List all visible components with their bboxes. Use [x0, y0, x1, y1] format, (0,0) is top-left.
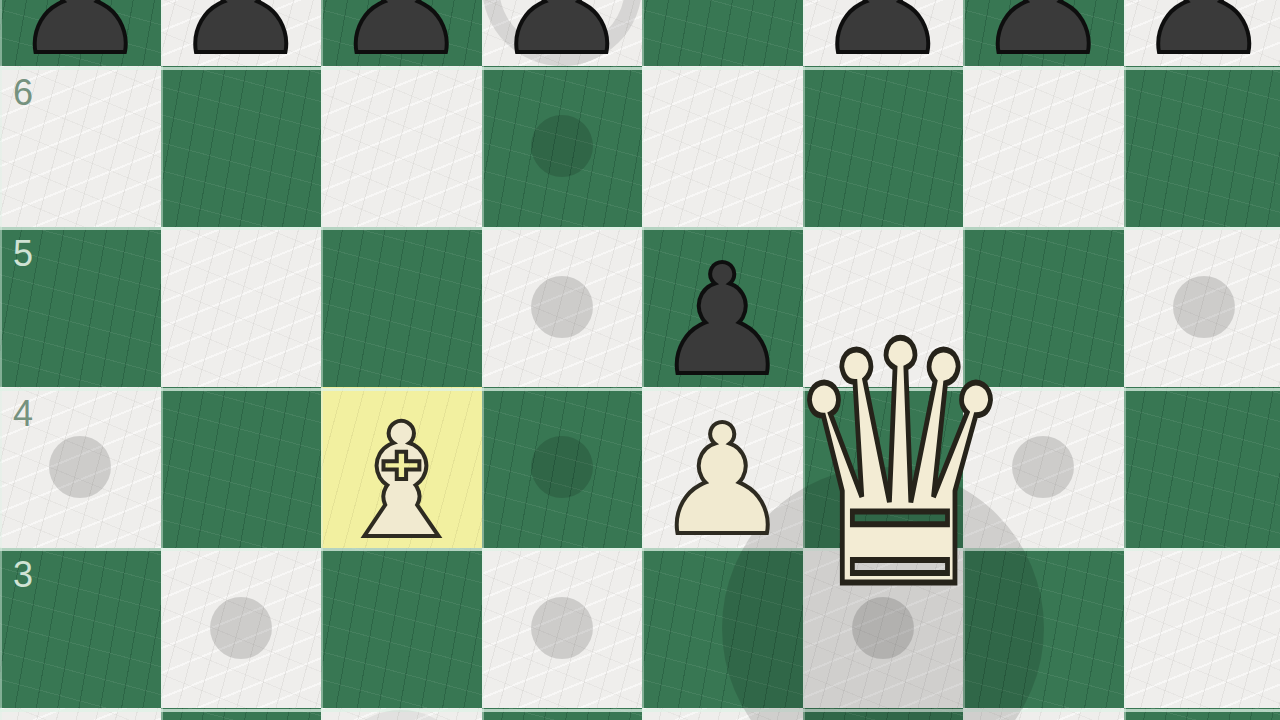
black-pawn-c7[interactable]: ♟ [321, 0, 482, 80]
square-h3[interactable] [1124, 548, 1280, 709]
black-pawn-f7[interactable]: ♟ [803, 0, 964, 80]
move-hint-dot-d3 [531, 597, 593, 659]
black-pawn-g7[interactable]: ♟ [963, 0, 1124, 80]
black-pawn-d7[interactable]: ♟ [482, 0, 643, 80]
white-bishop-c4[interactable]: ♝ [321, 401, 482, 562]
square-e6[interactable] [642, 66, 803, 227]
square-h2[interactable] [1124, 708, 1280, 720]
black-pawn-e5[interactable]: ♟ [642, 241, 803, 402]
white-pawn-e4[interactable]: ♟ [642, 401, 803, 562]
square-d2[interactable] [482, 708, 643, 720]
square-b5[interactable] [161, 227, 322, 388]
move-hint-dot-b3 [210, 597, 272, 659]
square-b2[interactable] [161, 708, 322, 720]
square-b4[interactable] [161, 387, 322, 548]
square-c6[interactable] [321, 66, 482, 227]
square-a2[interactable] [0, 708, 161, 720]
square-f6[interactable] [803, 66, 964, 227]
rank-label-5: 5 [13, 233, 33, 275]
dragged-piece-white-queen[interactable]: ♛ [780, 299, 1020, 634]
black-pawn-b7[interactable]: ♟ [161, 0, 322, 80]
chess-board-screen: ♟♟♟♟♟♟♟♟♟♝ 6543 ♛ [0, 0, 1280, 720]
square-g6[interactable] [963, 66, 1124, 227]
rank-label-6: 6 [13, 72, 33, 114]
black-pawn-a7[interactable]: ♟ [0, 0, 161, 80]
square-e7[interactable] [642, 0, 803, 66]
square-h4[interactable] [1124, 387, 1280, 548]
rank-label-3: 3 [13, 554, 33, 596]
square-c5[interactable] [321, 227, 482, 388]
move-hint-dot-h5 [1173, 276, 1235, 338]
move-hint-dot-d5 [531, 276, 593, 338]
square-h6[interactable] [1124, 66, 1280, 227]
move-hint-dot-a4 [49, 436, 111, 498]
rank-label-4: 4 [13, 393, 33, 435]
move-hint-dot-d4 [531, 436, 593, 498]
square-b6[interactable] [161, 66, 322, 227]
move-hint-dot-g4 [1012, 436, 1074, 498]
move-hint-dot-d6 [531, 115, 593, 177]
black-pawn-h7[interactable]: ♟ [1124, 0, 1280, 80]
